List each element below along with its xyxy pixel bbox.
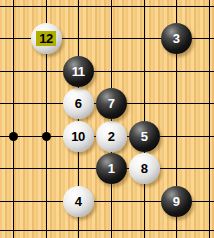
stone-white-4: 4 <box>63 186 94 217</box>
stone-black-7: 7 <box>96 88 127 119</box>
grid-line-horizontal-8 <box>0 230 214 231</box>
stone-black-3: 3 <box>161 23 192 54</box>
stone-black-1: 1 <box>96 153 127 184</box>
move-number: 11 <box>72 64 85 79</box>
stone-black-5: 5 <box>129 121 160 152</box>
move-number: 10 <box>71 129 84 144</box>
grid-line-horizontal-1 <box>0 6 214 7</box>
move-number: 6 <box>75 96 82 111</box>
grid-line-vertical-5 <box>144 0 145 238</box>
move-number: 8 <box>141 161 148 176</box>
move-number: 3 <box>173 31 180 46</box>
stone-black-11: 11 <box>63 56 94 87</box>
move-number: 9 <box>173 194 180 209</box>
stone-white-8: 8 <box>129 153 160 184</box>
stone-white-10: 10 <box>63 121 94 152</box>
grid-line-vertical-4 <box>111 0 112 238</box>
stone-white-12: 12 <box>31 23 62 54</box>
move-number: 4 <box>75 194 82 209</box>
last-move-number-marker: 12 <box>36 31 55 46</box>
stone-white-6: 6 <box>63 88 94 119</box>
move-number: 1 <box>108 161 115 176</box>
grid-line-horizontal-3 <box>0 71 214 72</box>
go-board[interactable]: 123456789101112 <box>0 0 214 238</box>
stone-white-2: 2 <box>96 121 127 152</box>
move-number: 2 <box>108 129 115 144</box>
grid-line-vertical-7 <box>209 0 210 238</box>
grid-line-vertical-1 <box>13 0 14 238</box>
stone-black-9: 9 <box>161 186 192 217</box>
move-number: 7 <box>108 96 115 111</box>
star-point-1 <box>9 132 18 141</box>
move-number: 5 <box>141 129 148 144</box>
star-point-2 <box>42 132 51 141</box>
